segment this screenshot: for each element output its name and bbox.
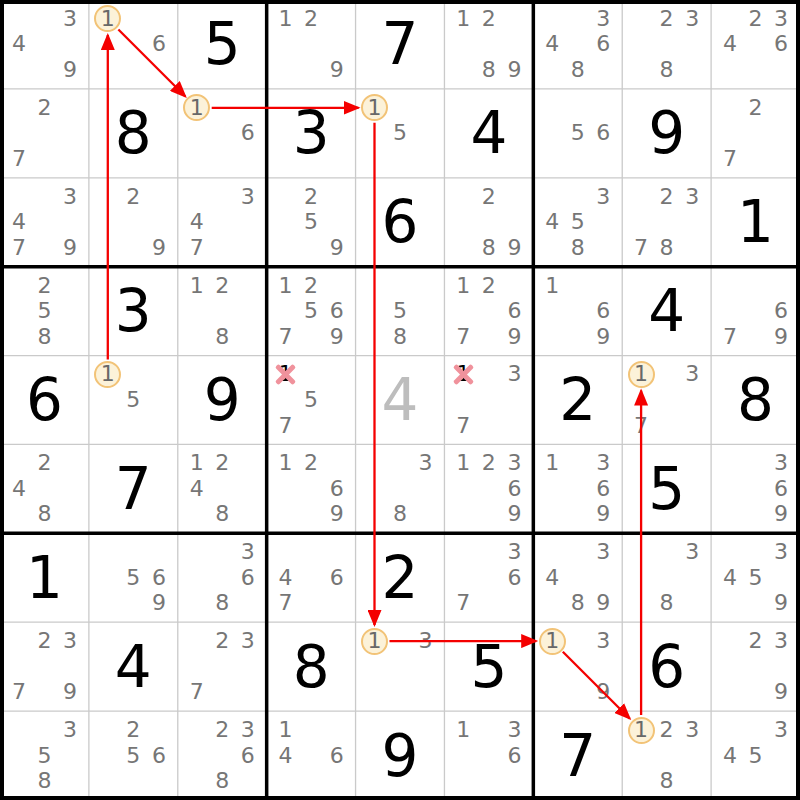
candidate: 1 [183,272,210,299]
candidate: 9 [501,323,528,350]
cell-r2c3[interactable]: 16 [178,89,267,178]
cell-r5c7[interactable]: 2 [533,356,622,445]
candidate: 9 [501,234,528,261]
cell-r7c1[interactable]: 1 [0,533,89,622]
cell-r4c6[interactable]: 12679 [444,267,533,356]
sudoku-board: 3491651297128934682382346278163154569273… [0,0,800,800]
candidate: 2 [298,272,325,299]
chain-node-candidate: 1 [539,628,566,655]
candidate: 1 [450,450,477,477]
cell-r2c9[interactable]: 27 [711,89,800,178]
candidate: 2 [31,628,58,655]
candidate: 3 [234,628,261,655]
candidate: 9 [323,501,350,528]
cell-r4c4[interactable]: 125679 [267,267,356,356]
cell-r6c3[interactable]: 1248 [178,444,267,533]
candidate: 5 [120,742,147,769]
candidate: 4 [539,209,566,236]
cell-r8c9[interactable]: 239 [711,622,800,711]
cell-r6c5[interactable]: 38 [356,444,445,533]
candidate: 1 [539,272,566,299]
cell-r9c6[interactable]: 136 [444,711,533,800]
cell-r7c9[interactable]: 3459 [711,533,800,622]
cell-r3c3[interactable]: 347 [178,178,267,267]
cell-r8c2[interactable]: 4 [89,622,178,711]
cell-r8c4[interactable]: 8 [267,622,356,711]
candidate: 7 [450,323,477,350]
cell-r2c8[interactable]: 9 [622,89,711,178]
cell-r9c9[interactable]: 345 [711,711,800,800]
cell-r1c6[interactable]: 1289 [444,0,533,89]
candidate: 1 [183,450,210,477]
chain-node-candidate: 1 [183,94,210,121]
candidate: 6 [768,31,795,58]
cell-r4c7[interactable]: 169 [533,267,622,356]
candidate: 2 [475,5,502,32]
cell-r1c9[interactable]: 2346 [711,0,800,89]
candidate: 8 [386,501,413,528]
candidate: 9 [590,501,617,528]
cell-value: 8 [267,622,356,711]
candidate: 7 [717,323,744,350]
candidate: 9 [768,501,795,528]
candidate: 3 [234,539,261,566]
candidate: 8 [564,234,591,261]
cell-r5c1[interactable]: 6 [0,356,89,445]
candidate: 8 [209,590,236,617]
cell-r7c3[interactable]: 368 [178,533,267,622]
candidate: 4 [272,564,299,591]
candidate: 6 [323,742,350,769]
candidate: 7 [272,590,299,617]
cell-r6c9[interactable]: 369 [711,444,800,533]
candidate: 2 [742,94,769,121]
candidate: 5 [386,298,413,325]
candidate: 3 [679,5,706,32]
candidate: 5 [742,742,769,769]
cell-r4c2[interactable]: 3 [89,267,178,356]
candidate: 8 [209,501,236,528]
candidate: 3 [57,628,84,655]
candidate: 8 [31,768,58,795]
cell-value: 3 [267,89,356,178]
cell-value: 6 [622,622,711,711]
candidate: 2 [209,450,236,477]
cell-value: 6 [356,178,445,267]
cell-value: 6 [0,356,89,445]
cell-value: 1 [711,178,800,267]
candidate: 2 [31,94,58,121]
cell-r7c8[interactable]: 38 [622,533,711,622]
cell-r5c8[interactable]: 137 [622,356,711,445]
candidate: 8 [475,57,502,84]
candidate: 3 [234,717,261,744]
candidate: 4 [539,31,566,58]
cell-r5c9[interactable]: 8 [711,356,800,445]
cell-r9c3[interactable]: 2368 [178,711,267,800]
candidate: 8 [564,57,591,84]
cell-value: 9 [356,711,445,800]
cell-r3c4[interactable]: 259 [267,178,356,267]
candidate: 2 [475,272,502,299]
candidate: 5 [742,564,769,591]
candidate: 6 [145,742,172,769]
candidate: 9 [57,679,84,706]
candidate: 9 [323,57,350,84]
candidate: 9 [57,234,84,261]
cell-value: 7 [356,0,445,89]
cell-r2c7[interactable]: 56 [533,89,622,178]
candidate: 2 [653,5,680,32]
cell-r8c6[interactable]: 5 [444,622,533,711]
candidate: 4 [183,475,210,502]
candidate: 6 [501,298,528,325]
candidate: 2 [742,5,769,32]
candidate: 6 [501,564,528,591]
candidate: 2 [653,717,680,744]
candidate: 3 [679,717,706,744]
candidate: 4 [183,209,210,236]
cell-r5c3[interactable]: 9 [178,356,267,445]
cell-r1c5[interactable]: 7 [356,0,445,89]
candidate: 6 [145,564,172,591]
cell-r1c4[interactable]: 129 [267,0,356,89]
candidate: 3 [768,5,795,32]
candidate: 3 [590,539,617,566]
candidate: 1 [450,5,477,32]
cell-r2c4[interactable]: 3 [267,89,356,178]
cell-r2c5[interactable]: 15 [356,89,445,178]
candidate: 4 [5,31,32,58]
cell-r6c4[interactable]: 1269 [267,444,356,533]
cell-r1c1[interactable]: 349 [0,0,89,89]
cell-value: 2 [356,533,445,622]
candidate: 6 [590,298,617,325]
candidate: 7 [5,145,32,172]
cell-r8c8[interactable]: 6 [622,622,711,711]
candidate: 6 [145,31,172,58]
candidate: 2 [298,183,325,210]
cell-value: 7 [89,444,178,533]
candidate: 3 [590,628,617,655]
candidate: 8 [653,57,680,84]
cell-r8c7[interactable]: 139 [533,622,622,711]
candidate: 2 [475,183,502,210]
candidate: 4 [5,475,32,502]
chain-node-candidate: 1 [628,361,655,388]
candidate: 1 [272,272,299,299]
candidate: 5 [120,386,147,413]
chain-node-candidate: 1 [361,628,388,655]
cell-r5c4[interactable]: 157 [267,356,356,445]
cell-r8c3[interactable]: 237 [178,622,267,711]
candidate: 6 [234,742,261,769]
candidate: 3 [768,717,795,744]
candidate: 5 [31,742,58,769]
candidate: 2 [742,628,769,655]
candidate: 2 [120,717,147,744]
candidate: 9 [590,679,617,706]
chain-node-candidate: 1 [94,361,121,388]
cell-r6c8[interactable]: 5 [622,444,711,533]
cell-value: 4 [622,267,711,356]
cell-r4c1[interactable]: 258 [0,267,89,356]
candidate: 4 [539,564,566,591]
candidate: 9 [323,323,350,350]
cell-value: 2 [533,356,622,445]
candidate: 2 [475,450,502,477]
candidate: 2 [209,272,236,299]
candidate: 3 [590,5,617,32]
cell-r3c2[interactable]: 29 [89,178,178,267]
cell-r1c2[interactable]: 16 [89,0,178,89]
candidate: 7 [183,679,210,706]
cell-value: 7 [533,711,622,800]
candidate: 8 [653,768,680,795]
candidate: 8 [475,234,502,261]
candidate: 2 [120,183,147,210]
candidate: 6 [323,564,350,591]
cell-r7c6[interactable]: 367 [444,533,533,622]
cell-r7c5[interactable]: 2 [356,533,445,622]
cell-value: 5 [178,0,267,89]
cell-r1c3[interactable]: 5 [178,0,267,89]
candidate: 2 [298,5,325,32]
candidate: 8 [31,323,58,350]
cell-r3c5[interactable]: 6 [356,178,445,267]
candidate: 5 [386,120,413,147]
cell-r6c1[interactable]: 248 [0,444,89,533]
candidate: 8 [653,590,680,617]
cell-value: 3 [89,267,178,356]
candidate: 5 [298,298,325,325]
chain-node-candidate: 1 [94,5,121,32]
cell-r9c2[interactable]: 256 [89,711,178,800]
candidate: 7 [450,412,477,439]
candidate: 9 [323,234,350,261]
candidate: 8 [564,590,591,617]
candidate: 7 [183,234,210,261]
candidate: 7 [450,590,477,617]
cell-r1c8[interactable]: 238 [622,0,711,89]
candidate: 4 [717,564,744,591]
candidate: 6 [590,120,617,147]
eliminated-candidate: 1 [272,361,299,388]
cell-r3c7[interactable]: 3458 [533,178,622,267]
candidate: 6 [768,475,795,502]
cell-r9c1[interactable]: 358 [0,711,89,800]
candidate: 3 [234,183,261,210]
candidate: 3 [590,450,617,477]
candidate: 8 [209,323,236,350]
candidate: 9 [590,323,617,350]
chain-node-candidate: 1 [361,94,388,121]
cell-value: 8 [711,356,800,445]
candidate: 9 [768,323,795,350]
candidate: 9 [768,590,795,617]
candidate: 6 [590,31,617,58]
candidate: 9 [145,590,172,617]
candidate: 7 [5,679,32,706]
candidate: 4 [717,742,744,769]
candidate: 9 [145,234,172,261]
candidate: 3 [412,628,439,655]
candidate: 9 [590,590,617,617]
candidate: 6 [501,742,528,769]
candidate: 3 [57,183,84,210]
candidate: 1 [272,5,299,32]
cell-r3c1[interactable]: 3479 [0,178,89,267]
cell-r6c2[interactable]: 7 [89,444,178,533]
candidate: 2 [653,183,680,210]
candidate: 7 [628,234,655,261]
candidate: 2 [209,717,236,744]
candidate: 1 [450,717,477,744]
candidate: 3 [768,450,795,477]
cell-r2c1[interactable]: 27 [0,89,89,178]
candidate: 9 [57,57,84,84]
candidate: 3 [57,5,84,32]
candidate: 2 [31,272,58,299]
cell-r3c8[interactable]: 2378 [622,178,711,267]
cell-r5c2[interactable]: 15 [89,356,178,445]
candidate: 6 [501,475,528,502]
candidate: 8 [653,234,680,261]
cell-r4c5[interactable]: 58 [356,267,445,356]
candidate: 9 [501,57,528,84]
cell-r2c2[interactable]: 8 [89,89,178,178]
candidate: 3 [412,450,439,477]
candidate: 5 [31,298,58,325]
cell-value: 4 [89,622,178,711]
cell-value: 8 [89,89,178,178]
candidate: 4 [717,31,744,58]
candidate: 6 [323,475,350,502]
cell-r5c6[interactable]: 137 [444,356,533,445]
candidate: 7 [272,412,299,439]
cell-r6c7[interactable]: 1369 [533,444,622,533]
cell-value: 5 [444,622,533,711]
candidate: 7 [5,234,32,261]
cell-value: 4 [444,89,533,178]
candidate: 1 [450,272,477,299]
cell-r7c4[interactable]: 467 [267,533,356,622]
candidate: 5 [564,120,591,147]
cell-value: 1 [0,533,89,622]
cell-r3c9[interactable]: 1 [711,178,800,267]
cell-r9c5[interactable]: 9 [356,711,445,800]
cell-r9c4[interactable]: 146 [267,711,356,800]
candidate: 6 [323,298,350,325]
candidate: 3 [679,183,706,210]
candidate: 9 [501,501,528,528]
placed-value: 4 [356,356,445,445]
cell-r2c6[interactable]: 4 [444,89,533,178]
candidate: 3 [679,361,706,388]
candidate: 8 [209,768,236,795]
candidate: 4 [272,742,299,769]
cell-r1c7[interactable]: 3468 [533,0,622,89]
cell-r8c1[interactable]: 2379 [0,622,89,711]
cell-r8c5[interactable]: 13 [356,622,445,711]
candidate: 3 [590,183,617,210]
candidate: 5 [564,209,591,236]
cell-r7c2[interactable]: 569 [89,533,178,622]
candidate: 2 [209,628,236,655]
candidate: 3 [768,628,795,655]
cell-r4c8[interactable]: 4 [622,267,711,356]
candidate: 5 [298,209,325,236]
cell-value: 9 [178,356,267,445]
candidate: 7 [272,323,299,350]
candidate: 3 [501,717,528,744]
cell-r3c6[interactable]: 289 [444,178,533,267]
candidate: 2 [298,450,325,477]
candidate: 6 [590,475,617,502]
cell-r6c6[interactable]: 12369 [444,444,533,533]
candidate: 3 [501,361,528,388]
cell-r4c9[interactable]: 679 [711,267,800,356]
candidate: 9 [768,679,795,706]
cell-r7c7[interactable]: 3489 [533,533,622,622]
candidate: 6 [234,120,261,147]
candidate: 5 [120,564,147,591]
cell-value: 5 [622,444,711,533]
cell-r9c7[interactable]: 7 [533,711,622,800]
candidate: 7 [628,412,655,439]
cell-value: 9 [622,89,711,178]
candidate: 4 [5,209,32,236]
cell-r5c5[interactable]: 4 [356,356,445,445]
candidate: 1 [272,717,299,744]
candidate: 8 [386,323,413,350]
chain-node-candidate: 1 [628,717,655,744]
candidate: 1 [272,450,299,477]
candidate: 1 [539,450,566,477]
cell-r4c3[interactable]: 128 [178,267,267,356]
candidate: 3 [679,539,706,566]
candidate: 7 [717,145,744,172]
eliminated-candidate: 1 [450,361,477,388]
candidate: 3 [501,450,528,477]
candidate: 3 [57,717,84,744]
candidate: 6 [768,298,795,325]
candidate: 5 [298,386,325,413]
candidate: 8 [31,501,58,528]
candidate: 2 [31,450,58,477]
candidate: 3 [768,539,795,566]
candidate: 6 [234,564,261,591]
candidate: 3 [501,539,528,566]
cell-r9c8[interactable]: 1238 [622,711,711,800]
